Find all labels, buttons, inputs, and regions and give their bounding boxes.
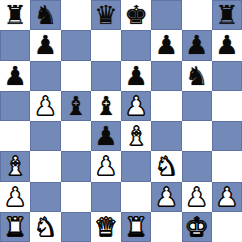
square-g7[interactable]: ♟ bbox=[182, 30, 212, 60]
piece-black-knight[interactable]: ♞ bbox=[34, 0, 57, 30]
square-e7[interactable] bbox=[121, 30, 151, 60]
square-b7[interactable]: ♟ bbox=[30, 30, 60, 60]
piece-black-king[interactable]: ♚ bbox=[124, 0, 147, 30]
piece-white-pawn[interactable]: ♟ bbox=[215, 182, 238, 212]
square-h7[interactable]: ♟ bbox=[212, 30, 242, 60]
square-f8[interactable] bbox=[151, 0, 181, 30]
square-b8[interactable]: ♞ bbox=[30, 0, 60, 30]
square-g6[interactable]: ♞ bbox=[182, 61, 212, 91]
square-d6[interactable] bbox=[91, 61, 121, 91]
piece-black-pawn[interactable]: ♟ bbox=[155, 30, 178, 60]
piece-white-queen[interactable]: ♛ bbox=[94, 212, 117, 242]
piece-black-bishop[interactable]: ♝ bbox=[64, 91, 87, 121]
square-b2[interactable] bbox=[30, 182, 60, 212]
square-c8[interactable] bbox=[61, 0, 91, 30]
piece-white-king[interactable]: ♚ bbox=[185, 212, 208, 242]
square-c6[interactable] bbox=[61, 61, 91, 91]
piece-black-knight[interactable]: ♞ bbox=[185, 61, 208, 91]
square-d7[interactable] bbox=[91, 30, 121, 60]
square-g2[interactable]: ♟ bbox=[182, 182, 212, 212]
square-h8[interactable]: ♜ bbox=[212, 0, 242, 30]
square-a8[interactable]: ♜ bbox=[0, 0, 30, 30]
square-e2[interactable] bbox=[121, 182, 151, 212]
square-g4[interactable] bbox=[182, 121, 212, 151]
piece-black-pawn[interactable]: ♟ bbox=[34, 30, 57, 60]
square-f4[interactable] bbox=[151, 121, 181, 151]
piece-black-pawn[interactable]: ♟ bbox=[94, 121, 117, 151]
square-f1[interactable] bbox=[151, 212, 181, 242]
square-h6[interactable] bbox=[212, 61, 242, 91]
chess-board: ♜♞♛♚♜♟♟♟♟♟♟♞♟♝♝♟♟♝♝♟♞♟♟♟♟♜♞♛♜♚ bbox=[0, 0, 242, 242]
square-f5[interactable] bbox=[151, 91, 181, 121]
square-a1[interactable]: ♜ bbox=[0, 212, 30, 242]
piece-white-bishop[interactable]: ♝ bbox=[124, 121, 147, 151]
square-e4[interactable]: ♝ bbox=[121, 121, 151, 151]
square-g1[interactable]: ♚ bbox=[182, 212, 212, 242]
square-f2[interactable]: ♟ bbox=[151, 182, 181, 212]
square-a6[interactable]: ♟ bbox=[0, 61, 30, 91]
piece-black-pawn[interactable]: ♟ bbox=[3, 61, 26, 91]
square-c4[interactable] bbox=[61, 121, 91, 151]
piece-white-pawn[interactable]: ♟ bbox=[3, 182, 26, 212]
piece-white-pawn[interactable]: ♟ bbox=[185, 182, 208, 212]
square-a3[interactable]: ♝ bbox=[0, 151, 30, 181]
square-e3[interactable] bbox=[121, 151, 151, 181]
piece-black-rook[interactable]: ♜ bbox=[215, 0, 238, 30]
square-h3[interactable] bbox=[212, 151, 242, 181]
square-f3[interactable]: ♞ bbox=[151, 151, 181, 181]
square-b1[interactable]: ♞ bbox=[30, 212, 60, 242]
piece-white-pawn[interactable]: ♟ bbox=[124, 91, 147, 121]
square-g3[interactable] bbox=[182, 151, 212, 181]
square-d8[interactable]: ♛ bbox=[91, 0, 121, 30]
piece-white-rook[interactable]: ♜ bbox=[3, 212, 26, 242]
square-h4[interactable] bbox=[212, 121, 242, 151]
piece-white-bishop[interactable]: ♝ bbox=[3, 151, 26, 181]
piece-white-knight[interactable]: ♞ bbox=[155, 151, 178, 181]
piece-white-pawn[interactable]: ♟ bbox=[155, 182, 178, 212]
square-b6[interactable] bbox=[30, 61, 60, 91]
square-e6[interactable]: ♟ bbox=[121, 61, 151, 91]
piece-white-knight[interactable]: ♞ bbox=[34, 212, 57, 242]
piece-black-bishop[interactable]: ♝ bbox=[94, 91, 117, 121]
square-a7[interactable] bbox=[0, 30, 30, 60]
square-h1[interactable] bbox=[212, 212, 242, 242]
piece-black-rook[interactable]: ♜ bbox=[3, 0, 26, 30]
square-b5[interactable]: ♟ bbox=[30, 91, 60, 121]
square-a2[interactable]: ♟ bbox=[0, 182, 30, 212]
piece-white-pawn[interactable]: ♟ bbox=[94, 151, 117, 181]
square-e1[interactable]: ♜ bbox=[121, 212, 151, 242]
square-f6[interactable] bbox=[151, 61, 181, 91]
square-a4[interactable] bbox=[0, 121, 30, 151]
square-d5[interactable]: ♝ bbox=[91, 91, 121, 121]
square-d1[interactable]: ♛ bbox=[91, 212, 121, 242]
square-d3[interactable]: ♟ bbox=[91, 151, 121, 181]
square-e8[interactable]: ♚ bbox=[121, 0, 151, 30]
square-h5[interactable] bbox=[212, 91, 242, 121]
piece-white-pawn[interactable]: ♟ bbox=[34, 91, 57, 121]
piece-black-pawn[interactable]: ♟ bbox=[124, 61, 147, 91]
piece-black-pawn[interactable]: ♟ bbox=[215, 30, 238, 60]
square-c3[interactable] bbox=[61, 151, 91, 181]
square-d4[interactable]: ♟ bbox=[91, 121, 121, 151]
square-c5[interactable]: ♝ bbox=[61, 91, 91, 121]
square-a5[interactable] bbox=[0, 91, 30, 121]
square-b4[interactable] bbox=[30, 121, 60, 151]
square-c2[interactable] bbox=[61, 182, 91, 212]
square-g5[interactable] bbox=[182, 91, 212, 121]
square-e5[interactable]: ♟ bbox=[121, 91, 151, 121]
square-d2[interactable] bbox=[91, 182, 121, 212]
square-b3[interactable] bbox=[30, 151, 60, 181]
square-c1[interactable] bbox=[61, 212, 91, 242]
square-h2[interactable]: ♟ bbox=[212, 182, 242, 212]
square-g8[interactable] bbox=[182, 0, 212, 30]
piece-black-queen[interactable]: ♛ bbox=[94, 0, 117, 30]
piece-black-pawn[interactable]: ♟ bbox=[185, 30, 208, 60]
piece-white-rook[interactable]: ♜ bbox=[124, 212, 147, 242]
square-c7[interactable] bbox=[61, 30, 91, 60]
square-f7[interactable]: ♟ bbox=[151, 30, 181, 60]
